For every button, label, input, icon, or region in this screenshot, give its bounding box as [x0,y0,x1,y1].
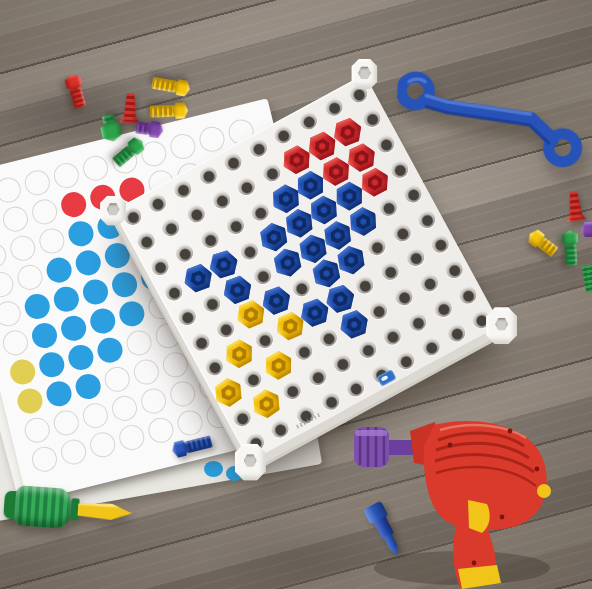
hole-r6c0[interactable] [203,356,226,379]
hole-r2c1[interactable] [173,241,196,264]
card-empty-circle [138,386,168,416]
hole-r5c0[interactable] [189,330,212,353]
card-empty-circle [0,175,23,205]
bit-tip [383,533,401,557]
card-empty-circle [29,197,59,227]
green-bolt[interactable] [561,230,581,266]
hole-r8c9[interactable] [456,283,479,306]
card-blue-dot [37,350,67,380]
hole-r9c3[interactable] [319,390,342,413]
yellow-bolt[interactable] [150,101,189,120]
card-blue-dot [109,270,139,300]
card-blue-dot [22,291,52,321]
screwdriver-tool[interactable] [3,481,138,536]
card-empty-circle [58,437,88,467]
corner-post-top [351,59,377,89]
hole-r6c8[interactable] [404,246,427,269]
hole-r2c3[interactable] [224,214,247,237]
card-blue-dot [44,255,74,285]
bolt-head [172,101,189,120]
hole-r9c8[interactable] [445,322,468,345]
card-empty-circle [80,401,110,431]
hole-r0c8[interactable] [322,96,345,119]
card-empty-circle [124,328,154,358]
hole-r3c3[interactable] [237,239,260,262]
hole-r0c7[interactable] [297,109,320,132]
drill-chuck-shaft [386,440,414,455]
hole-r1c2[interactable] [185,203,208,226]
screw-cone [563,190,586,222]
card-empty-circle [0,299,23,329]
hole-r1c4[interactable] [235,175,258,198]
hole-r8c0[interactable] [230,406,253,429]
hole-r1c1[interactable] [160,216,183,239]
card-blue-dot [88,306,118,336]
red-screw[interactable] [563,190,586,222]
drill-rear-knob [537,484,551,498]
hole-r7c8[interactable] [418,272,441,295]
yellow-peg-r6c1[interactable] [220,334,259,373]
card-blue-dot [102,240,132,270]
hole-r5c7[interactable] [365,235,388,258]
hole-r1c5[interactable] [260,162,283,185]
yellow-bolt[interactable] [525,226,561,259]
yellow-peg-r7c2[interactable] [259,346,298,385]
bolt-shaft [185,435,213,453]
hole-r6c6[interactable] [354,274,377,297]
card-empty-circle [168,131,198,161]
photo-scene: { "game": "toy pegboard mosaic (Design-&… [0,0,592,589]
corner-post-left [100,196,126,226]
corner-post-right [486,307,517,344]
bolt-shaft [151,77,177,93]
hole-r8c7[interactable] [406,310,429,333]
hole-r8c4[interactable] [331,351,354,374]
card-empty-circle [168,379,198,409]
hole-r4c1[interactable] [201,292,224,315]
card-empty-circle [0,269,16,299]
hole-r0c5[interactable] [247,137,270,160]
bolt-shaft [69,86,86,109]
hole-r6c2[interactable] [253,328,276,351]
hole-r0c6[interactable] [272,123,295,146]
card-empty-circle [109,393,139,423]
card-blue-dot [80,277,110,307]
corner-post-bottom [235,444,266,481]
hole-r8c8[interactable] [431,297,454,320]
card-blue-dot [66,342,96,372]
hole-r7c6[interactable] [367,299,390,322]
hole-r8c2[interactable] [280,379,303,402]
card-blue-dot [73,248,103,278]
card-empty-circle [22,415,52,445]
hole-r8c6[interactable] [381,324,404,347]
card-empty-circle [22,168,52,198]
card-blue-dot [73,371,103,401]
hole-r9c4[interactable] [344,376,367,399]
hole-r6c9[interactable] [429,233,452,256]
card-empty-circle [51,408,81,438]
hole-r2c4[interactable] [249,200,272,223]
card-blue-dot [51,284,81,314]
purple-bolt[interactable] [135,118,164,139]
hole-r2c0[interactable] [148,255,171,278]
card-empty-circle [37,226,67,256]
yellow-peg-r8c1[interactable] [247,384,287,424]
hole-r2c2[interactable] [199,228,222,251]
hole-r0c1[interactable] [146,191,169,214]
hole-r8c5[interactable] [356,338,379,361]
card-empty-circle [0,211,2,241]
card-yellow-dot [8,357,38,387]
hole-r9c7[interactable] [420,335,443,358]
hole-r4c3[interactable] [251,264,274,287]
card-empty-circle [102,364,132,394]
card-blue-dot [58,313,88,343]
hole-r7c1[interactable] [242,367,265,390]
card-blue-dot [95,335,125,365]
card-empty-circle [0,204,30,234]
screwdriver-handle [14,485,73,529]
yellow-bolt[interactable] [151,74,192,98]
hole-r7c9[interactable] [443,258,466,281]
under-card-blue-dot [204,461,223,477]
card-empty-circle [131,357,161,387]
hole-r0c2[interactable] [171,177,194,200]
hole-r4c0[interactable] [176,305,199,328]
wrench-tool[interactable] [394,67,587,173]
bolt-head [581,221,592,238]
card-empty-circle [51,160,81,190]
drill-handle-base [458,565,501,589]
hole-r0c4[interactable] [221,150,244,173]
card-empty-circle [0,240,9,270]
card-red-dot [59,189,89,219]
hole-r9c1[interactable] [269,417,292,440]
hole-r7c3[interactable] [292,340,315,363]
purple-bolt-head[interactable] [581,221,592,238]
bolt-shaft [564,244,577,266]
hole-r7c7[interactable] [392,285,415,308]
green-bolt-shaft[interactable] [582,264,592,293]
hole-r6c7[interactable] [379,260,402,283]
screwdriver-blade [77,502,132,522]
hole-r8c3[interactable] [306,365,329,388]
hole-r4c8[interactable] [377,196,400,219]
hole-r3c0[interactable] [162,280,185,303]
hole-r1c3[interactable] [210,189,233,212]
card-empty-circle [88,430,118,460]
card-empty-circle [117,422,147,452]
card-blue-dot [66,219,96,249]
hole-r1c0[interactable] [135,230,158,253]
hole-r4c9[interactable] [402,182,425,205]
hole-r5c9[interactable] [415,208,438,231]
red-bolt[interactable] [63,72,90,110]
card-empty-circle [8,233,38,263]
card-empty-circle [0,328,30,358]
bolt-head [561,230,580,247]
card-blue-dot [117,299,147,329]
hole-r5c8[interactable] [390,221,413,244]
card-empty-circle [15,262,45,292]
hole-r7c4[interactable] [317,326,340,349]
hole-r0c3[interactable] [196,164,219,187]
bolt-shaft [150,105,174,118]
hole-r9c6[interactable] [395,349,418,372]
card-empty-circle [160,350,190,380]
card-blue-dot [44,379,74,409]
card-yellow-dot [15,386,45,416]
card-blue-dot [29,320,59,350]
hole-r5c4[interactable] [290,276,313,299]
card-empty-circle [29,444,59,474]
hole-r1c9[interactable] [361,107,384,130]
card-empty-circle [80,153,110,183]
hole-r5c1[interactable] [214,317,237,340]
